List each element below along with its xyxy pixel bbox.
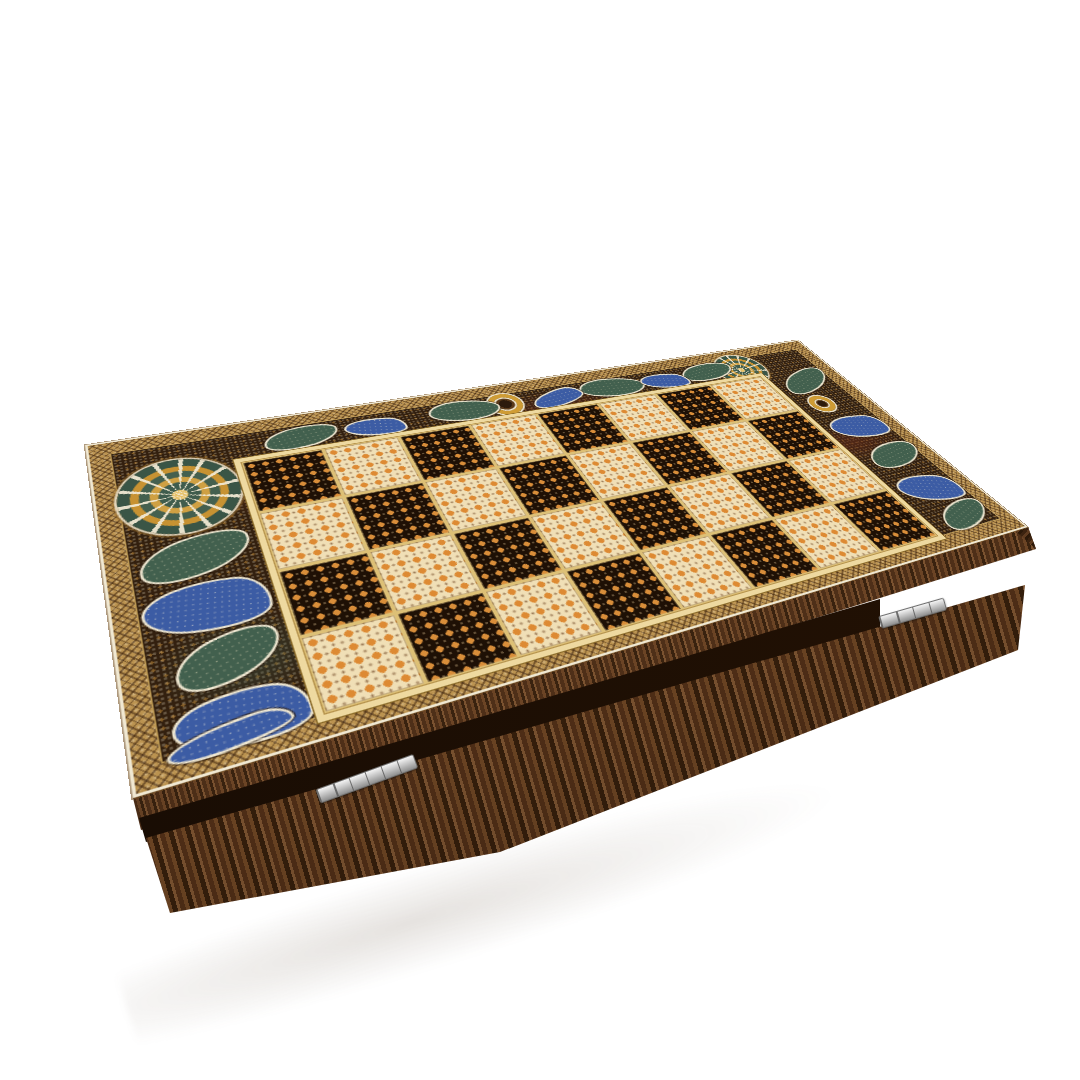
product-photo-stage [0, 0, 1080, 1080]
blue-paisley-motif [821, 415, 897, 437]
teal-paisley-motif [861, 436, 927, 474]
teal-paisley-motif [777, 363, 833, 399]
gold-ring-medallion [803, 394, 841, 413]
lotus-medallion [104, 458, 248, 535]
